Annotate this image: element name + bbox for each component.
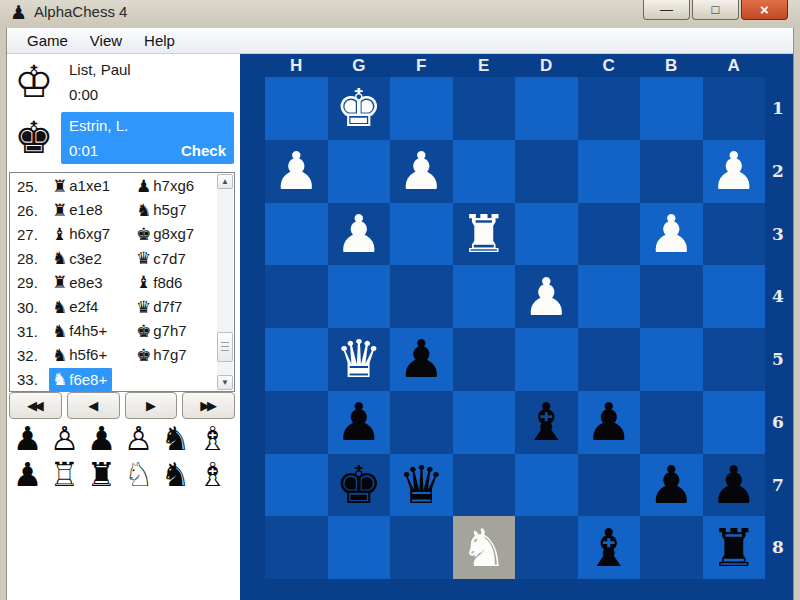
move-entry: ♞c3e2	[49, 247, 107, 270]
captured-piece-bR: ♜	[83, 457, 120, 493]
square-f7[interactable]: ♛	[390, 454, 453, 517]
square-c3[interactable]	[578, 203, 641, 266]
move-piece-icon: ♚	[136, 321, 151, 341]
move-piece-icon: ♛	[136, 248, 151, 268]
move-number: 28.	[17, 250, 49, 267]
file-label-e: E	[453, 54, 516, 77]
captured-piece-bN: ♞	[157, 457, 194, 493]
menu-item-help[interactable]: Help	[133, 29, 186, 52]
square-e5[interactable]	[453, 328, 516, 391]
move-piece-icon: ♚	[136, 224, 151, 244]
square-h5[interactable]	[265, 328, 328, 391]
scrollbar-track[interactable]	[217, 189, 233, 375]
square-b4[interactable]	[640, 265, 703, 328]
square-a5[interactable]	[703, 328, 766, 391]
file-label-c: C	[578, 54, 641, 77]
square-d1[interactable]	[515, 77, 578, 140]
file-label-b: B	[640, 54, 703, 77]
move-number: 31.	[17, 323, 49, 340]
move-notation: c3e2	[69, 250, 102, 267]
move-list-rows: 25.♜a1xe1♟h7xg626.♜e1e8♞h5g727.♝h6xg7♚g8…	[10, 174, 216, 392]
square-d3[interactable]	[515, 203, 578, 266]
square-g5[interactable]: ♛	[328, 328, 391, 391]
nav-first-button[interactable]: ◀◀	[9, 392, 62, 419]
square-c5[interactable]	[578, 328, 641, 391]
board-panel: ♚♟♟♟♟♜♟♟♛♟♟♝♟♚♛♟♟♞♝♜ HGFEDCBA12345678	[240, 54, 793, 600]
captured-pieces-tray: ♟♙♟♙♞♗♟♖♜♘♞♗	[9, 421, 235, 493]
move-white[interactable]: ♞h5f6+	[49, 344, 133, 367]
square-e1[interactable]	[453, 77, 516, 140]
captured-row: ♟♖♜♘♞♗	[9, 457, 235, 493]
piece-bR-a8: ♜	[710, 522, 757, 574]
move-piece-icon: ♚	[136, 345, 151, 365]
move-number: 29.	[17, 274, 49, 291]
move-notation: e2f4	[69, 298, 98, 315]
move-black[interactable]: ♛d7f7	[133, 296, 216, 319]
move-white[interactable]: ♞f6e8+	[49, 368, 133, 391]
nav-previous-button[interactable]: ◀	[67, 392, 120, 419]
move-white[interactable]: ♜a1xe1	[49, 175, 133, 198]
piece-wQ-g5: ♛	[335, 333, 382, 385]
move-row[interactable]: 32.♞h5f6+♚h7g7	[10, 343, 216, 367]
square-h2[interactable]: ♟	[265, 140, 328, 203]
square-g1[interactable]: ♚	[328, 77, 391, 140]
move-entry: ♞f4h5+	[49, 320, 112, 343]
square-a7[interactable]: ♟	[703, 454, 766, 517]
move-white[interactable]: ♝h6xg7	[49, 223, 133, 246]
check-status-badge: Check	[181, 142, 226, 159]
move-white[interactable]: ♞e2f4	[49, 296, 133, 319]
navigation-buttons: ◀◀◀▶▶▶	[9, 392, 235, 419]
square-d6[interactable]: ♝	[515, 391, 578, 454]
menu-item-game[interactable]: Game	[16, 29, 79, 52]
player-clock: 0:01	[69, 142, 98, 159]
move-row[interactable]: 33.♞f6e8+	[10, 368, 216, 392]
piece-wR-e3: ♜	[460, 208, 507, 260]
player-name: List, Paul	[69, 61, 226, 78]
player-clock: 0:00	[69, 86, 98, 103]
player-info-black: Estrin, L.0:01Check	[61, 112, 234, 164]
square-b7[interactable]: ♟	[640, 454, 703, 517]
square-a3[interactable]	[703, 203, 766, 266]
move-number: 27.	[17, 226, 49, 243]
rank-label-4: 4	[767, 265, 789, 328]
captured-piece-bP: ♟	[9, 421, 46, 457]
move-notation: h5g7	[153, 201, 186, 218]
captured-piece-wR: ♖	[46, 457, 83, 493]
captured-piece-wB: ♗	[194, 457, 231, 493]
square-b6[interactable]	[640, 391, 703, 454]
rank-label-3: 3	[767, 203, 789, 266]
move-piece-icon: ♝	[136, 272, 151, 292]
move-notation: h5f6+	[69, 346, 107, 363]
square-h8[interactable]	[265, 516, 328, 579]
move-entry: ♞h5f6+	[49, 344, 112, 367]
captured-piece-wP: ♙	[120, 421, 157, 457]
move-list-scrollbar: ▲ ▼	[217, 174, 233, 390]
square-c6[interactable]: ♟	[578, 391, 641, 454]
move-entry: ♟h7xg6	[133, 175, 199, 198]
move-white[interactable]: ♞c3e2	[49, 247, 133, 270]
move-row[interactable]: 31.♞f4h5+♚g7h7	[10, 319, 216, 343]
file-label-h: H	[265, 54, 328, 77]
white-king-icon: ♔	[7, 56, 61, 108]
captured-piece-bN: ♞	[157, 421, 194, 457]
move-entry: ♞h5g7	[133, 199, 192, 222]
move-number: 33.	[17, 371, 49, 388]
move-notation: g7h7	[153, 322, 186, 339]
move-piece-icon: ♜	[52, 176, 67, 196]
app-window: ♟ AlphaChess 4 —□× GameViewHelp ♔List, P…	[0, 0, 800, 600]
square-f3[interactable]	[390, 203, 453, 266]
square-c4[interactable]	[578, 265, 641, 328]
nav-last-button[interactable]: ▶▶	[182, 392, 235, 419]
nav-next-button[interactable]: ▶	[125, 392, 178, 419]
square-d5[interactable]	[515, 328, 578, 391]
square-g4[interactable]	[328, 265, 391, 328]
square-f6[interactable]	[390, 391, 453, 454]
file-label-d: D	[515, 54, 578, 77]
move-entry: ♞e2f4	[49, 296, 103, 319]
square-g7[interactable]: ♚	[328, 454, 391, 517]
square-a8[interactable]: ♜	[703, 516, 766, 579]
square-a2[interactable]: ♟	[703, 140, 766, 203]
piece-wN-e8: ♞	[460, 522, 507, 574]
piece-bQ-f7: ♛	[398, 459, 445, 511]
move-black[interactable]: ♛c7d7	[133, 247, 216, 270]
square-b2[interactable]	[640, 140, 703, 203]
square-d2[interactable]	[515, 140, 578, 203]
player-meta: 0:00	[69, 86, 226, 103]
player-panel-white: ♔List, Paul0:00	[7, 56, 236, 108]
move-black[interactable]: ♟h7xg6	[133, 175, 216, 198]
square-d8[interactable]	[515, 516, 578, 579]
move-number: 32.	[17, 347, 49, 364]
title-bar[interactable]: ♟ AlphaChess 4 —□×	[0, 0, 800, 29]
maximize-button[interactable]: □	[692, 0, 739, 20]
window-border-left	[0, 28, 7, 600]
piece-bP-f5: ♟	[398, 333, 445, 385]
player-name: Estrin, L.	[69, 117, 226, 134]
square-g2[interactable]	[328, 140, 391, 203]
move-entry: ♜e1e8	[49, 199, 108, 222]
move-piece-icon: ♜	[52, 200, 67, 220]
move-piece-icon: ♞	[52, 369, 67, 389]
move-notation: d7f7	[153, 298, 182, 315]
move-notation: a1xe1	[69, 177, 110, 194]
square-h1[interactable]	[265, 77, 328, 140]
square-h4[interactable]	[265, 265, 328, 328]
square-e3[interactable]: ♜	[453, 203, 516, 266]
piece-bB-c8: ♝	[585, 522, 632, 574]
rank-label-8: 8	[767, 516, 789, 579]
move-piece-icon: ♞	[136, 200, 151, 220]
square-e4[interactable]	[453, 265, 516, 328]
move-entry: ♛c7d7	[133, 247, 191, 270]
move-notation: h7g7	[153, 346, 186, 363]
close-button[interactable]: ×	[741, 0, 788, 20]
square-e6[interactable]	[453, 391, 516, 454]
rank-label-1: 1	[767, 77, 789, 140]
square-b3[interactable]: ♟	[640, 203, 703, 266]
move-notation: h6xg7	[69, 225, 110, 242]
move-row[interactable]: 26.♜e1e8♞h5g7	[10, 198, 216, 222]
move-number: 25.	[17, 178, 49, 195]
piece-bP-a7: ♟	[710, 459, 757, 511]
square-g6[interactable]: ♟	[328, 391, 391, 454]
square-f2[interactable]: ♟	[390, 140, 453, 203]
move-notation: g8xg7	[153, 225, 194, 242]
square-g8[interactable]	[328, 516, 391, 579]
square-h7[interactable]	[265, 454, 328, 517]
app-icon: ♟	[10, 1, 27, 23]
piece-wK-g1: ♚	[335, 82, 382, 134]
move-entry: ♚g8xg7	[133, 223, 199, 246]
rank-label-2: 2	[767, 140, 789, 203]
piece-wP-g3: ♟	[335, 208, 382, 260]
piece-bP-c6: ♟	[585, 396, 632, 448]
move-piece-icon: ♞	[52, 248, 67, 268]
move-notation: e8e3	[69, 274, 102, 291]
square-f4[interactable]	[390, 265, 453, 328]
piece-bB-d6: ♝	[523, 396, 570, 448]
captured-piece-bP: ♟	[83, 421, 120, 457]
move-row[interactable]: 27.♝h6xg7♚g8xg7	[10, 222, 216, 246]
move-entry: ♛d7f7	[133, 296, 187, 319]
square-e2[interactable]	[453, 140, 516, 203]
move-notation: f4h5+	[69, 322, 107, 339]
player-meta: 0:01Check	[69, 142, 226, 159]
move-piece-icon: ♞	[52, 345, 67, 365]
square-h3[interactable]	[265, 203, 328, 266]
square-c2[interactable]	[578, 140, 641, 203]
move-entry: ♝f8d6	[133, 271, 187, 294]
move-number: 30.	[17, 299, 49, 316]
move-black[interactable]: ♚g8xg7	[133, 223, 216, 246]
move-notation: f6e8+	[69, 371, 107, 388]
window-border-right	[793, 28, 800, 600]
move-list: 25.♜a1xe1♟h7xg626.♜e1e8♞h5g727.♝h6xg7♚g8…	[9, 172, 235, 392]
move-piece-icon: ♞	[52, 297, 67, 317]
square-c8[interactable]: ♝	[578, 516, 641, 579]
move-piece-icon: ♜	[52, 272, 67, 292]
square-e7[interactable]	[453, 454, 516, 517]
square-c7[interactable]	[578, 454, 641, 517]
square-h6[interactable]	[265, 391, 328, 454]
sidebar: ♔List, Paul0:00♚Estrin, L.0:01Check 25.♜…	[7, 54, 240, 600]
move-white[interactable]: ♞f4h5+	[49, 320, 133, 343]
square-a1[interactable]	[703, 77, 766, 140]
move-black[interactable]: ♝f8d6	[133, 271, 216, 294]
player-panel-black: ♚Estrin, L.0:01Check	[7, 112, 236, 164]
square-c1[interactable]	[578, 77, 641, 140]
square-a4[interactable]	[703, 265, 766, 328]
piece-wP-b3: ♟	[648, 208, 695, 260]
square-d7[interactable]	[515, 454, 578, 517]
piece-bP-g6: ♟	[335, 396, 382, 448]
down-arrow-icon: ▼	[221, 378, 229, 387]
rank-label-6: 6	[767, 391, 789, 454]
black-king-icon: ♚	[7, 112, 61, 164]
move-entry: ♜a1xe1	[49, 175, 115, 198]
move-black[interactable]: ♚g7h7	[133, 320, 216, 343]
square-b1[interactable]	[640, 77, 703, 140]
window-controls: —□×	[643, 0, 788, 20]
move-entry: ♚h7g7	[133, 344, 192, 367]
window-title: AlphaChess 4	[34, 3, 127, 20]
scrollbar-up-button[interactable]: ▲	[217, 174, 233, 189]
move-notation: c7d7	[153, 250, 186, 267]
move-row[interactable]: 30.♞e2f4♛d7f7	[10, 295, 216, 319]
player-info-white: List, Paul0:00	[61, 56, 234, 108]
move-black[interactable]: ♚h7g7	[133, 344, 216, 367]
move-piece-icon: ♞	[52, 321, 67, 341]
piece-bP-b7: ♟	[648, 459, 695, 511]
captured-row: ♟♙♟♙♞♗	[9, 421, 235, 457]
square-d4[interactable]: ♟	[515, 265, 578, 328]
move-row[interactable]: 25.♜a1xe1♟h7xg6	[10, 174, 216, 198]
file-label-g: G	[328, 54, 391, 77]
file-label-f: F	[390, 54, 453, 77]
square-a6[interactable]	[703, 391, 766, 454]
move-piece-icon: ♟	[136, 176, 151, 196]
move-notation: h7xg6	[153, 177, 194, 194]
captured-piece-wB: ♗	[194, 421, 231, 457]
piece-wP-a2: ♟	[710, 145, 757, 197]
move-black[interactable]: ♞h5g7	[133, 199, 216, 222]
square-g3[interactable]: ♟	[328, 203, 391, 266]
rank-label-5: 5	[767, 328, 789, 391]
square-b8[interactable]	[640, 516, 703, 579]
move-piece-icon: ♛	[136, 297, 151, 317]
scrollbar-thumb[interactable]	[217, 332, 233, 362]
move-piece-icon: ♝	[52, 224, 67, 244]
chess-board: ♚♟♟♟♟♜♟♟♛♟♟♝♟♚♛♟♟♞♝♜	[265, 77, 765, 579]
minimize-button[interactable]: —	[643, 0, 690, 20]
square-b5[interactable]	[640, 328, 703, 391]
move-white[interactable]: ♜e1e8	[49, 199, 133, 222]
up-arrow-icon: ▲	[221, 177, 229, 186]
square-e8[interactable]: ♞	[453, 516, 516, 579]
file-label-a: A	[703, 54, 766, 77]
square-f1[interactable]	[390, 77, 453, 140]
move-notation: e1e8	[69, 201, 102, 218]
piece-wP-d4: ♟	[523, 271, 570, 323]
square-f5[interactable]: ♟	[390, 328, 453, 391]
captured-piece-wN: ♘	[120, 457, 157, 493]
move-entry: ♝h6xg7	[49, 223, 115, 246]
move-notation: f8d6	[153, 274, 182, 291]
captured-piece-wP: ♙	[46, 421, 83, 457]
move-row[interactable]: 28.♞c3e2♛c7d7	[10, 247, 216, 271]
captured-piece-bP: ♟	[9, 457, 46, 493]
piece-wP-h2: ♟	[273, 145, 320, 197]
scrollbar-down-button[interactable]: ▼	[217, 375, 233, 390]
menu-bar: GameViewHelp	[6, 28, 793, 54]
move-white[interactable]: ♜e8e3	[49, 271, 133, 294]
move-row[interactable]: 29.♜e8e3♝f8d6	[10, 271, 216, 295]
piece-wP-f2: ♟	[398, 145, 445, 197]
move-entry: ♜e8e3	[49, 271, 108, 294]
move-entry: ♚g7h7	[133, 320, 192, 343]
menu-item-view[interactable]: View	[79, 29, 133, 52]
move-entry: ♞f6e8+	[49, 368, 112, 391]
piece-bK-g7: ♚	[335, 459, 382, 511]
move-number: 26.	[17, 202, 49, 219]
square-f8[interactable]	[390, 516, 453, 579]
rank-label-7: 7	[767, 454, 789, 517]
